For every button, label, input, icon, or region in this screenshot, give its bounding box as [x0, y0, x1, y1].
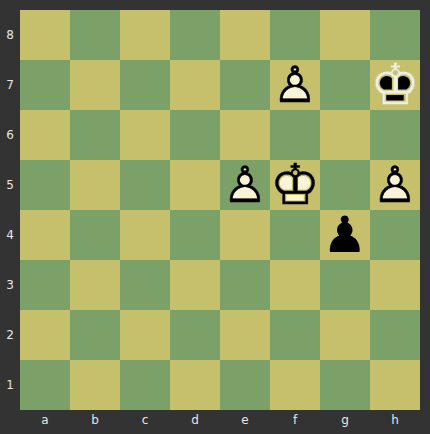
square-e2[interactable] — [220, 310, 270, 360]
square-c4[interactable] — [120, 210, 170, 260]
rank-label-6: 6 — [0, 110, 20, 160]
square-c3[interactable] — [120, 260, 170, 310]
file-label-h: h — [370, 410, 420, 430]
square-g5[interactable] — [320, 160, 370, 210]
white-pawn-outline-icon: ♙ — [370, 160, 420, 210]
square-b2[interactable] — [70, 310, 120, 360]
square-d8[interactable] — [170, 10, 220, 60]
square-f1[interactable] — [270, 360, 320, 410]
file-label-b: b — [70, 410, 120, 430]
rank-label-5: 5 — [0, 160, 20, 210]
piece-white-king-f5[interactable]: ♚♔ — [270, 160, 320, 210]
square-g2[interactable] — [320, 310, 370, 360]
white-pawn-outline-icon: ♙ — [220, 160, 270, 210]
square-a1[interactable] — [20, 360, 70, 410]
square-c5[interactable] — [120, 160, 170, 210]
square-b5[interactable] — [70, 160, 120, 210]
square-b1[interactable] — [70, 360, 120, 410]
black-king-outline-icon: ♔ — [370, 60, 420, 110]
square-d1[interactable] — [170, 360, 220, 410]
square-g6[interactable] — [320, 110, 370, 160]
chess-board-widget: ♟♙♚♔♟♙♚♔♟♙♟ 87654321 abcdefgh — [0, 0, 430, 434]
file-label-e: e — [220, 410, 270, 430]
square-g8[interactable] — [320, 10, 370, 60]
black-pawn-icon: ♟ — [320, 210, 370, 260]
square-e8[interactable] — [220, 10, 270, 60]
square-b4[interactable] — [70, 210, 120, 260]
chess-board: ♟♙♚♔♟♙♚♔♟♙♟ — [20, 10, 420, 410]
square-g7[interactable] — [320, 60, 370, 110]
square-h2[interactable] — [370, 310, 420, 360]
square-d4[interactable] — [170, 210, 220, 260]
square-f2[interactable] — [270, 310, 320, 360]
square-c1[interactable] — [120, 360, 170, 410]
square-b8[interactable] — [70, 10, 120, 60]
square-g4[interactable]: ♟ — [320, 210, 370, 260]
rank-label-4: 4 — [0, 210, 20, 260]
square-d7[interactable] — [170, 60, 220, 110]
square-e3[interactable] — [220, 260, 270, 310]
square-a4[interactable] — [20, 210, 70, 260]
square-d3[interactable] — [170, 260, 220, 310]
piece-black-king-h7[interactable]: ♚♔ — [370, 60, 420, 110]
square-c2[interactable] — [120, 310, 170, 360]
square-a3[interactable] — [20, 260, 70, 310]
square-e5[interactable]: ♟♙ — [220, 160, 270, 210]
square-h3[interactable] — [370, 260, 420, 310]
square-f7[interactable]: ♟♙ — [270, 60, 320, 110]
square-d5[interactable] — [170, 160, 220, 210]
square-f3[interactable] — [270, 260, 320, 310]
square-h7[interactable]: ♚♔ — [370, 60, 420, 110]
square-h6[interactable] — [370, 110, 420, 160]
white-king-outline-icon: ♔ — [270, 160, 320, 210]
square-f4[interactable] — [270, 210, 320, 260]
rank-label-1: 1 — [0, 360, 20, 410]
square-f5[interactable]: ♚♔ — [270, 160, 320, 210]
square-e4[interactable] — [220, 210, 270, 260]
square-d2[interactable] — [170, 310, 220, 360]
piece-white-pawn-e5[interactable]: ♟♙ — [220, 160, 270, 210]
file-label-f: f — [270, 410, 320, 430]
file-label-c: c — [120, 410, 170, 430]
square-a5[interactable] — [20, 160, 70, 210]
square-h1[interactable] — [370, 360, 420, 410]
square-c7[interactable] — [120, 60, 170, 110]
square-a2[interactable] — [20, 310, 70, 360]
square-a6[interactable] — [20, 110, 70, 160]
square-g3[interactable] — [320, 260, 370, 310]
square-b3[interactable] — [70, 260, 120, 310]
square-a8[interactable] — [20, 10, 70, 60]
square-e1[interactable] — [220, 360, 270, 410]
piece-white-pawn-f7[interactable]: ♟♙ — [270, 60, 320, 110]
rank-label-7: 7 — [0, 60, 20, 110]
rank-label-8: 8 — [0, 10, 20, 60]
square-a7[interactable] — [20, 60, 70, 110]
square-f8[interactable] — [270, 10, 320, 60]
square-c6[interactable] — [120, 110, 170, 160]
file-label-g: g — [320, 410, 370, 430]
square-b6[interactable] — [70, 110, 120, 160]
square-b7[interactable] — [70, 60, 120, 110]
square-h4[interactable] — [370, 210, 420, 260]
piece-black-pawn-g4[interactable]: ♟ — [320, 210, 370, 260]
square-e6[interactable] — [220, 110, 270, 160]
square-h5[interactable]: ♟♙ — [370, 160, 420, 210]
square-e7[interactable] — [220, 60, 270, 110]
rank-label-3: 3 — [0, 260, 20, 310]
piece-white-pawn-h5[interactable]: ♟♙ — [370, 160, 420, 210]
white-pawn-outline-icon: ♙ — [270, 60, 320, 110]
file-label-d: d — [170, 410, 220, 430]
file-label-a: a — [20, 410, 70, 430]
rank-label-2: 2 — [0, 310, 20, 360]
square-c8[interactable] — [120, 10, 170, 60]
square-g1[interactable] — [320, 360, 370, 410]
square-d6[interactable] — [170, 110, 220, 160]
